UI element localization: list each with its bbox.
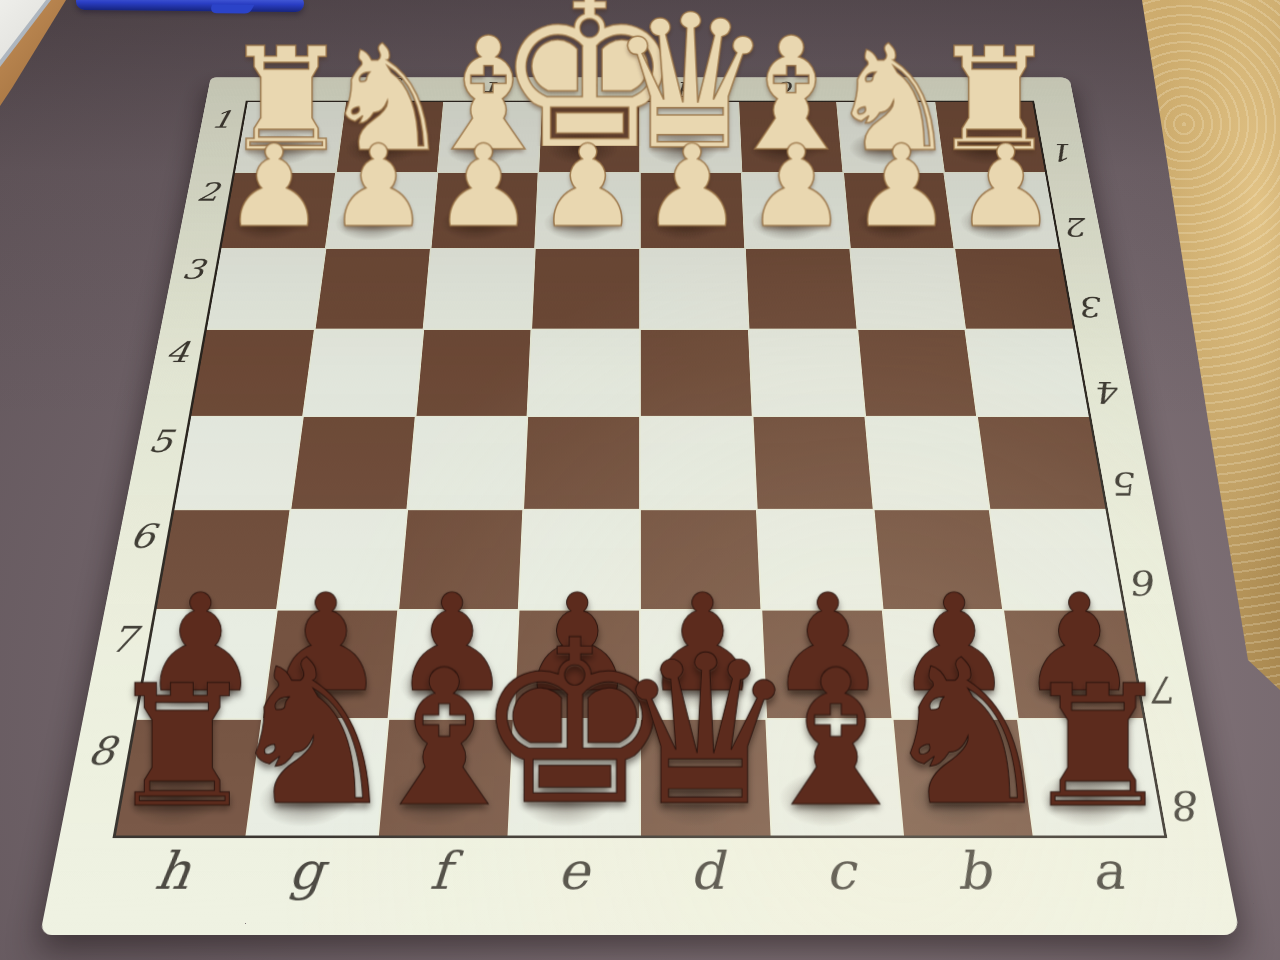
square-f5[interactable] [408, 417, 527, 509]
square-e3[interactable] [532, 249, 639, 329]
rank-label-right-8-text: 8 [1171, 782, 1207, 829]
white-pawn-glyph: ♟ [328, 141, 430, 232]
rank-label-left-4-text: 4 [163, 335, 192, 368]
square-h3[interactable] [207, 249, 325, 329]
file-label-bottom-e: e [505, 842, 640, 899]
file-label-bottom-h-text: h [151, 841, 195, 901]
file-label-bottom-c: c [772, 842, 909, 899]
file-label-bottom-f-text: f [428, 841, 452, 901]
rank-label-left-5-text: 5 [146, 423, 176, 459]
file-label-bottom-f: f [371, 842, 508, 899]
file-label-bottom-h: h [101, 842, 243, 899]
white-pawn-glyph: ♟ [641, 141, 743, 232]
square-e5[interactable] [524, 417, 639, 509]
file-label-bottom-g: g [236, 842, 376, 899]
chessboard-mat: hhggffeeddccbbaa1122334455667788 ♜♞♝♚♛♝♞… [40, 77, 1240, 935]
piece-white-pawn-f2[interactable]: ♟ [430, 172, 539, 248]
square-g3[interactable] [315, 249, 429, 329]
file-label-bottom-d: d [640, 842, 775, 899]
square-d3[interactable] [641, 249, 748, 329]
square-h4[interactable] [191, 330, 313, 415]
square-b3[interactable] [851, 249, 965, 329]
rank-label-right-4-text: 4 [1095, 375, 1124, 409]
rank-label-right-2-text: 2 [1065, 212, 1092, 242]
square-a3[interactable] [955, 249, 1073, 329]
square-a5[interactable] [978, 417, 1105, 509]
square-g4[interactable] [304, 330, 422, 415]
square-b5[interactable] [866, 417, 989, 509]
rank-label-left-2-text: 2 [195, 177, 222, 206]
white-pawn-glyph: ♟ [746, 141, 848, 232]
piece-white-pawn-h2[interactable]: ♟ [219, 172, 334, 248]
square-a4[interactable] [966, 330, 1088, 415]
white-pawn-glyph: ♟ [955, 141, 1057, 232]
white-pawn-glyph: ♟ [537, 141, 639, 232]
square-f4[interactable] [416, 330, 531, 415]
square-d5[interactable] [641, 417, 756, 509]
black-rook-glyph: ♜ [1022, 679, 1173, 813]
white-pawn-glyph: ♟ [432, 141, 534, 232]
square-d4[interactable] [641, 330, 752, 415]
rank-label-right-5-text: 5 [1112, 466, 1143, 503]
white-pawn-glyph: ♟ [850, 141, 952, 232]
rank-label-left-6-text: 6 [127, 517, 159, 555]
square-c3[interactable] [746, 249, 856, 329]
rank-label-left-3-text: 3 [180, 254, 208, 285]
square-f3[interactable] [424, 249, 534, 329]
white-pawn-glyph: ♟ [223, 141, 325, 232]
file-label-bottom-g-text: g [286, 841, 327, 901]
square-c4[interactable] [749, 330, 864, 415]
file-label-bottom-c-text: c [823, 841, 857, 901]
rank-label-right-3-text: 3 [1080, 291, 1108, 323]
file-label-bottom-a: a [1036, 842, 1178, 899]
piece-white-pawn-c2[interactable]: ♟ [742, 172, 851, 248]
file-label-bottom-b-text: b [953, 841, 994, 901]
square-c5[interactable] [753, 417, 872, 509]
piece-white-pawn-d2[interactable]: ♟ [640, 172, 745, 248]
file-label-bottom-e-text: e [557, 841, 590, 901]
file-label-bottom-a-text: a [1086, 841, 1127, 901]
file-label-bottom-b: b [904, 842, 1044, 899]
black-rook-glyph: ♜ [107, 679, 258, 813]
square-g5[interactable] [291, 417, 414, 509]
piece-white-pawn-g2[interactable]: ♟ [324, 172, 436, 248]
black-queen-glyph: ♛ [613, 649, 798, 814]
piece-white-pawn-a2[interactable]: ♟ [945, 172, 1060, 248]
piece-white-pawn-e2[interactable]: ♟ [535, 172, 640, 248]
board-scene: hhggffeeddccbbaa1122334455667788 ♜♞♝♚♛♝♞… [0, 0, 1280, 960]
square-e4[interactable] [528, 330, 639, 415]
square-b4[interactable] [858, 330, 976, 415]
piece-white-pawn-b2[interactable]: ♟ [844, 172, 956, 248]
file-label-bottom-d-text: d [689, 841, 724, 901]
square-h5[interactable] [175, 417, 302, 509]
